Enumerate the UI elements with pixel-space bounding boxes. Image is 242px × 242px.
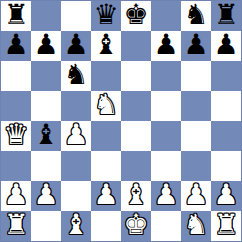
square-a7[interactable]: ♟ [1,31,31,61]
black-pawn-icon[interactable]: ♟ [153,31,178,59]
square-b6[interactable] [31,61,61,91]
square-a1[interactable]: ♜ [1,211,31,241]
square-a3[interactable] [1,151,31,181]
square-e1[interactable]: ♚ [121,211,151,241]
square-c7[interactable]: ♟ [61,31,91,61]
square-e2[interactable]: ♝ [121,181,151,211]
square-b7[interactable]: ♟ [31,31,61,61]
square-d4[interactable] [91,121,121,151]
white-bishop-icon[interactable]: ♝ [123,181,148,209]
chess-board: ♜♛♚♞♜♟♟♟♝♟♟♟♞♞♛♝♟♟♟♟♝♟♟♟♜♝♚♞♜ [0,0,242,242]
square-b5[interactable] [31,91,61,121]
black-pawn-icon[interactable]: ♟ [63,31,88,59]
square-h3[interactable] [211,151,241,181]
square-a8[interactable]: ♜ [1,1,31,31]
square-a6[interactable] [1,61,31,91]
square-g1[interactable]: ♞ [181,211,211,241]
black-knight-icon[interactable]: ♞ [183,1,208,29]
white-pawn-icon[interactable]: ♟ [183,181,208,209]
black-queen-icon[interactable]: ♛ [93,1,118,29]
square-f2[interactable]: ♟ [151,181,181,211]
square-e4[interactable] [121,121,151,151]
white-king-icon[interactable]: ♚ [123,211,148,239]
black-knight-icon[interactable]: ♞ [63,61,88,89]
square-d8[interactable]: ♛ [91,1,121,31]
square-g6[interactable] [181,61,211,91]
square-g2[interactable]: ♟ [181,181,211,211]
square-b8[interactable] [31,1,61,31]
square-g7[interactable]: ♟ [181,31,211,61]
square-a4[interactable]: ♛ [1,121,31,151]
square-a2[interactable]: ♟ [1,181,31,211]
square-f4[interactable] [151,121,181,151]
white-knight-icon[interactable]: ♞ [183,211,208,239]
square-b3[interactable] [31,151,61,181]
square-d2[interactable]: ♟ [91,181,121,211]
square-e6[interactable] [121,61,151,91]
square-g5[interactable] [181,91,211,121]
square-f3[interactable] [151,151,181,181]
black-bishop-icon[interactable]: ♝ [93,31,118,59]
square-h7[interactable]: ♟ [211,31,241,61]
black-bishop-icon[interactable]: ♝ [33,121,58,149]
square-d1[interactable] [91,211,121,241]
square-d7[interactable]: ♝ [91,31,121,61]
square-a5[interactable] [1,91,31,121]
square-g4[interactable] [181,121,211,151]
square-d6[interactable] [91,61,121,91]
black-king-icon[interactable]: ♚ [123,1,148,29]
square-e7[interactable] [121,31,151,61]
square-b1[interactable] [31,211,61,241]
square-e3[interactable] [121,151,151,181]
square-c8[interactable] [61,1,91,31]
square-d5[interactable]: ♞ [91,91,121,121]
square-b4[interactable]: ♝ [31,121,61,151]
square-h4[interactable] [211,121,241,151]
square-c3[interactable] [61,151,91,181]
white-bishop-icon[interactable]: ♝ [63,211,88,239]
square-h8[interactable]: ♜ [211,1,241,31]
square-h2[interactable]: ♟ [211,181,241,211]
square-h6[interactable] [211,61,241,91]
square-e5[interactable] [121,91,151,121]
white-pawn-icon[interactable]: ♟ [153,181,178,209]
square-e8[interactable]: ♚ [121,1,151,31]
square-f1[interactable] [151,211,181,241]
square-f5[interactable] [151,91,181,121]
black-pawn-icon[interactable]: ♟ [33,31,58,59]
square-g3[interactable] [181,151,211,181]
square-c1[interactable]: ♝ [61,211,91,241]
square-c2[interactable] [61,181,91,211]
square-c6[interactable]: ♞ [61,61,91,91]
black-pawn-icon[interactable]: ♟ [3,31,28,59]
square-f6[interactable] [151,61,181,91]
black-rook-icon[interactable]: ♜ [3,1,28,29]
white-pawn-icon[interactable]: ♟ [93,181,118,209]
white-knight-icon[interactable]: ♞ [93,91,118,119]
square-c5[interactable] [61,91,91,121]
white-rook-icon[interactable]: ♜ [3,211,28,239]
white-pawn-icon[interactable]: ♟ [63,121,88,149]
white-pawn-icon[interactable]: ♟ [3,181,28,209]
white-queen-icon[interactable]: ♛ [3,121,28,149]
square-c4[interactable]: ♟ [61,121,91,151]
square-g8[interactable]: ♞ [181,1,211,31]
black-pawn-icon[interactable]: ♟ [183,31,208,59]
square-f8[interactable] [151,1,181,31]
square-f7[interactable]: ♟ [151,31,181,61]
square-d3[interactable] [91,151,121,181]
white-pawn-icon[interactable]: ♟ [213,181,238,209]
black-pawn-icon[interactable]: ♟ [213,31,238,59]
white-rook-icon[interactable]: ♜ [213,211,238,239]
white-pawn-icon[interactable]: ♟ [33,181,58,209]
black-rook-icon[interactable]: ♜ [213,1,238,29]
square-b2[interactable]: ♟ [31,181,61,211]
square-h1[interactable]: ♜ [211,211,241,241]
square-h5[interactable] [211,91,241,121]
